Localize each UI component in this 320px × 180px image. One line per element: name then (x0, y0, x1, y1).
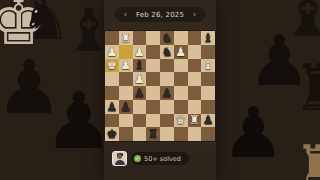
square-d4[interactable] (146, 86, 160, 100)
square-e6[interactable] (160, 59, 174, 73)
white-rook: ♜ (120, 31, 131, 43)
app-screen: ♚ ♞ ♝ ♟ ♟ ♝ ♟ ♜ ♟ ♜ ‹ Feb 26, 2025 › ♜♞♝… (0, 0, 320, 180)
square-g5[interactable] (188, 72, 202, 86)
square-e4[interactable]: ♟ (160, 86, 174, 100)
white-pawn: ♟ (106, 45, 117, 57)
gold-rook-icon: ♜ (294, 138, 320, 180)
black-pawn: ♟ (134, 86, 145, 98)
square-h2[interactable]: ♟ (201, 114, 215, 128)
check-icon: ✓ (134, 155, 141, 162)
avatar-face (117, 154, 122, 159)
square-d7[interactable] (146, 45, 160, 59)
white-king-icon: ♚ (0, 0, 47, 54)
square-f5[interactable] (174, 72, 188, 86)
black-pawn-icon: ♟ (0, 50, 62, 124)
square-c5[interactable]: ♟ (133, 72, 147, 86)
chess-board[interactable]: ♜♞♝♟♟♞♟♚♟♝♝♟♟♟♟♟♛♜♟♚♜ (105, 31, 215, 141)
square-c7[interactable]: ♟ (133, 45, 147, 59)
square-h5[interactable] (201, 72, 215, 86)
square-b5[interactable] (119, 72, 133, 86)
square-f7[interactable]: ♟ (174, 45, 188, 59)
square-d8[interactable] (146, 31, 160, 45)
square-b4[interactable] (119, 86, 133, 100)
square-g2[interactable]: ♜ (188, 114, 202, 128)
square-h4[interactable] (201, 86, 215, 100)
square-f1[interactable] (174, 127, 188, 141)
black-bishop: ♝ (134, 59, 145, 71)
player-avatar[interactable] (112, 151, 127, 166)
bottom-bar: ✓ 50+ solved (112, 151, 189, 166)
square-a3[interactable]: ♟ (105, 100, 119, 114)
square-c3[interactable] (133, 100, 147, 114)
white-queen: ♛ (175, 114, 186, 126)
square-d2[interactable] (146, 114, 160, 128)
square-e7[interactable]: ♞ (160, 45, 174, 59)
black-bishop-icon: ♝ (280, 0, 320, 46)
solved-count-label: 50+ solved (144, 155, 181, 163)
square-g1[interactable] (188, 127, 202, 141)
square-f4[interactable] (174, 86, 188, 100)
white-king: ♚ (106, 59, 117, 71)
square-g8[interactable] (188, 31, 202, 45)
square-h8[interactable]: ♝ (201, 31, 215, 45)
square-d3[interactable] (146, 100, 160, 114)
square-c2[interactable] (133, 114, 147, 128)
square-g6[interactable] (188, 59, 202, 73)
square-g3[interactable] (188, 100, 202, 114)
date-navigator[interactable]: ‹ Feb 26, 2025 › (115, 7, 206, 22)
square-a8[interactable] (105, 31, 119, 45)
square-a2[interactable] (105, 114, 119, 128)
black-rook: ♜ (148, 128, 159, 140)
square-g7[interactable] (188, 45, 202, 59)
square-b2[interactable] (119, 114, 133, 128)
square-c1[interactable] (133, 127, 147, 141)
square-a1[interactable]: ♚ (105, 127, 119, 141)
black-king: ♚ (106, 128, 117, 140)
square-b3[interactable]: ♟ (119, 100, 133, 114)
white-bishop: ♝ (203, 59, 214, 71)
square-g4[interactable] (188, 86, 202, 100)
square-a5[interactable] (105, 72, 119, 86)
square-e5[interactable] (160, 72, 174, 86)
square-e1[interactable] (160, 127, 174, 141)
square-f6[interactable] (174, 59, 188, 73)
black-pawn-icon: ♟ (248, 26, 311, 96)
square-e8[interactable]: ♞ (160, 31, 174, 45)
square-h3[interactable] (201, 100, 215, 114)
white-rook: ♜ (189, 114, 200, 126)
black-pawn: ♟ (106, 100, 117, 112)
previous-day-button[interactable]: ‹ (124, 11, 127, 19)
next-day-button[interactable]: › (193, 11, 196, 19)
square-e2[interactable] (160, 114, 174, 128)
black-pawn: ♟ (161, 86, 172, 98)
square-a6[interactable]: ♚ (105, 59, 119, 73)
square-h1[interactable] (201, 127, 215, 141)
square-b6[interactable]: ♟ (119, 59, 133, 73)
square-f3[interactable] (174, 100, 188, 114)
white-pawn: ♟ (134, 45, 145, 57)
square-b7[interactable] (119, 45, 133, 59)
square-c4[interactable]: ♟ (133, 86, 147, 100)
white-pawn: ♟ (134, 73, 145, 85)
puzzle-date-label: Feb 26, 2025 (136, 11, 184, 19)
square-a7[interactable]: ♟ (105, 45, 119, 59)
square-f2[interactable]: ♛ (174, 114, 188, 128)
square-d5[interactable] (146, 72, 160, 86)
square-b8[interactable]: ♜ (119, 31, 133, 45)
square-h6[interactable]: ♝ (201, 59, 215, 73)
white-pawn: ♟ (175, 45, 186, 57)
square-c8[interactable] (133, 31, 147, 45)
square-a4[interactable] (105, 86, 119, 100)
square-c6[interactable]: ♝ (133, 59, 147, 73)
black-pawn: ♟ (120, 100, 131, 112)
white-pawn: ♟ (120, 59, 131, 71)
black-pawn-icon: ♟ (222, 98, 285, 168)
black-knight: ♞ (161, 45, 172, 57)
avatar-shoulders (115, 160, 125, 166)
square-h7[interactable] (201, 45, 215, 59)
square-e3[interactable] (160, 100, 174, 114)
square-d1[interactable]: ♜ (146, 127, 160, 141)
square-d6[interactable] (146, 59, 160, 73)
black-knight: ♞ (161, 31, 172, 43)
black-rook-icon: ♜ (292, 56, 320, 120)
black-pawn: ♟ (203, 114, 214, 126)
solved-status-badge: ✓ 50+ solved (131, 152, 189, 165)
square-f8[interactable] (174, 31, 188, 45)
square-b1[interactable] (119, 127, 133, 141)
black-knight-icon: ♞ (20, 0, 70, 48)
black-bishop: ♝ (203, 31, 214, 43)
